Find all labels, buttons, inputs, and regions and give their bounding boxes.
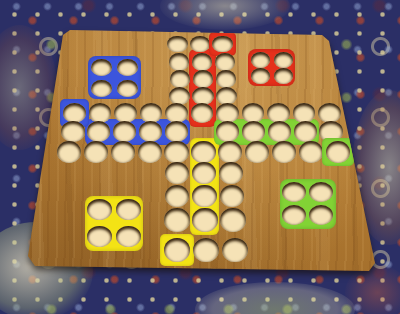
track-hole-r7-c8 [245, 141, 269, 163]
home-column-hole-r9-c6 [192, 185, 217, 208]
track-hole-r1-c5 [167, 36, 187, 53]
track-hole-r5-c5 [165, 103, 188, 123]
home-hole-yellow-2 [116, 199, 141, 220]
home-column-hole-r7-c6 [191, 141, 215, 163]
home-column-hole-r6-c10 [294, 121, 317, 142]
track-hole-r3-c7 [216, 70, 237, 88]
track-hole-r7-c3 [111, 141, 135, 163]
home-hole-blue-1 [91, 59, 112, 76]
home-hole-green-4 [309, 205, 333, 225]
track-hole-r8-c5 [165, 162, 189, 184]
track-hole-r7-c4 [138, 141, 162, 163]
home-hole-blue-2 [117, 59, 138, 76]
board-shadow [0, 0, 400, 314]
home-column-hole-r6-c9 [268, 121, 291, 142]
track-hole-r7-c1 [57, 141, 81, 163]
start-hole-r7-c11 [326, 141, 350, 163]
home-column-hole-r8-c6 [192, 162, 216, 184]
track-hole-r10-c5 [164, 208, 189, 231]
home-column-hole-r6-c3 [113, 121, 136, 142]
home-column-hole-r10-c6 [192, 208, 217, 231]
home-hole-red-4 [274, 68, 293, 84]
home-hole-red-3 [251, 68, 270, 84]
start-hole-r11-c5 [164, 238, 190, 263]
home-column-hole-r6-c7 [216, 121, 239, 142]
track-hole-r8-c7 [219, 162, 243, 184]
home-column-hole-r2-c6 [192, 53, 213, 70]
track-hole-r5-c3 [114, 103, 137, 123]
track-hole-r3-c5 [170, 70, 191, 88]
start-hole-r5-c1 [63, 103, 86, 123]
track-hole-r7-c2 [84, 141, 108, 163]
track-hole-r10-c7 [220, 208, 245, 231]
home-hole-red-2 [274, 52, 293, 68]
scene [0, 0, 400, 314]
home-hole-blue-4 [117, 80, 138, 97]
track-hole-r5-c7 [216, 103, 239, 123]
track-hole-r11-c6 [193, 238, 219, 263]
track-hole-r7-c5 [164, 141, 188, 163]
home-column-hole-r6-c5 [165, 121, 188, 142]
track-hole-r7-c10 [299, 141, 323, 163]
home-hole-yellow-1 [87, 199, 112, 220]
ludo-board [0, 0, 400, 314]
track-hole-r2-c7 [215, 53, 236, 70]
home-hole-yellow-3 [87, 226, 112, 247]
track-hole-r5-c9 [267, 103, 290, 123]
home-hole-blue-3 [91, 80, 112, 97]
home-hole-yellow-4 [116, 226, 141, 247]
track-hole-r2-c5 [169, 53, 190, 70]
home-hole-green-1 [282, 182, 306, 202]
track-hole-r7-c9 [272, 141, 296, 163]
home-hole-green-2 [309, 182, 333, 202]
home-hole-red-1 [251, 52, 270, 68]
home-hole-green-3 [282, 205, 306, 225]
home-column-hole-r6-c2 [87, 121, 110, 142]
track-hole-r6-c1 [61, 121, 84, 142]
home-column-hole-r6-c4 [139, 121, 162, 142]
home-column-hole-r3-c6 [193, 70, 214, 88]
track-hole-r5-c11 [318, 103, 341, 123]
home-column-hole-r6-c8 [242, 121, 265, 142]
start-hole-r1-c7 [212, 36, 232, 53]
track-hole-r11-c7 [222, 238, 248, 263]
